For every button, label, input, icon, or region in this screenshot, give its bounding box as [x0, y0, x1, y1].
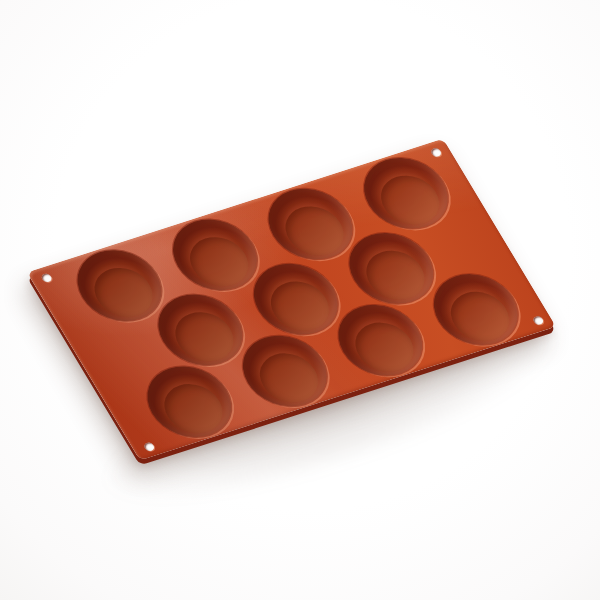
hanging-hole-1: [39, 272, 52, 282]
cavity-bottom: [355, 243, 435, 306]
cavity-bottom: [440, 285, 520, 348]
cavity-bottom: [153, 377, 233, 440]
cavity-bottom: [84, 261, 164, 324]
cavity-bottom: [249, 346, 329, 409]
hanging-hole-4: [142, 441, 155, 451]
photo-stage: [0, 0, 600, 600]
hanging-hole-2: [429, 147, 442, 157]
cavity-bottom: [179, 230, 259, 293]
hanging-hole-3: [531, 315, 544, 325]
cavity-bottom: [344, 315, 424, 378]
cavity-bottom: [275, 199, 355, 262]
mold-cavity-r1-c4: [349, 148, 463, 238]
cavity-bottom: [370, 168, 450, 231]
cavity-bottom: [164, 305, 244, 368]
cavity-bottom: [260, 274, 340, 337]
